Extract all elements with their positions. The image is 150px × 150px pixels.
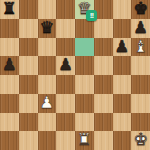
white-king[interactable]: ♚ (133, 131, 148, 150)
square-e5[interactable] (75, 56, 94, 75)
square-a8[interactable]: ♜ (0, 0, 19, 19)
square-f5[interactable] (94, 56, 113, 75)
square-d7[interactable] (56, 19, 75, 38)
white-pawn[interactable]: ♟ (39, 94, 54, 113)
square-c1[interactable] (38, 131, 57, 150)
square-f7[interactable] (94, 19, 113, 38)
square-f3[interactable] (94, 94, 113, 113)
square-a3[interactable] (0, 94, 19, 113)
black-rook[interactable]: ♜ (2, 0, 17, 19)
square-d4[interactable] (56, 75, 75, 94)
square-c3[interactable]: ♟ (38, 94, 57, 113)
square-h5[interactable] (131, 56, 150, 75)
square-g8[interactable] (113, 0, 132, 19)
black-king[interactable]: ♚ (133, 0, 148, 19)
black-queen[interactable]: ♛ (39, 19, 54, 38)
square-e6[interactable] (75, 38, 94, 57)
square-d6[interactable] (56, 38, 75, 57)
square-c8[interactable] (38, 0, 57, 19)
square-d1[interactable] (56, 131, 75, 150)
square-d8[interactable] (56, 0, 75, 19)
square-g3[interactable] (113, 94, 132, 113)
square-c5[interactable] (38, 56, 57, 75)
square-e1[interactable]: ♜ (75, 131, 94, 150)
square-f4[interactable] (94, 75, 113, 94)
square-b5[interactable] (19, 56, 38, 75)
square-a1[interactable] (0, 131, 19, 150)
square-a7[interactable] (0, 19, 19, 38)
black-pawn[interactable]: ♟ (114, 38, 129, 57)
square-c6[interactable] (38, 38, 57, 57)
square-a5[interactable]: ♟ (0, 56, 19, 75)
white-rook[interactable]: ♜ (77, 131, 92, 150)
chess-board: !! ♜♛♚♛♟♟♝♟♟♟♜♚ (0, 0, 150, 150)
square-f1[interactable] (94, 131, 113, 150)
square-g5[interactable] (113, 56, 132, 75)
square-f6[interactable] (94, 38, 113, 57)
square-b1[interactable] (19, 131, 38, 150)
square-h3[interactable] (131, 94, 150, 113)
square-f2[interactable] (94, 113, 113, 132)
square-e4[interactable] (75, 75, 94, 94)
square-c2[interactable] (38, 113, 57, 132)
square-g7[interactable] (113, 19, 132, 38)
square-b2[interactable] (19, 113, 38, 132)
square-b6[interactable] (19, 38, 38, 57)
square-c7[interactable]: ♛ (38, 19, 57, 38)
square-a6[interactable] (0, 38, 19, 57)
brilliant-move-badge: !! (86, 10, 97, 21)
square-g2[interactable] (113, 113, 132, 132)
square-e3[interactable] (75, 94, 94, 113)
square-b4[interactable] (19, 75, 38, 94)
square-e7[interactable] (75, 19, 94, 38)
square-a2[interactable] (0, 113, 19, 132)
square-d3[interactable] (56, 94, 75, 113)
square-b7[interactable] (19, 19, 38, 38)
square-a4[interactable] (0, 75, 19, 94)
square-g1[interactable] (113, 131, 132, 150)
square-b8[interactable] (19, 0, 38, 19)
square-h2[interactable] (131, 113, 150, 132)
square-e2[interactable] (75, 113, 94, 132)
square-d2[interactable] (56, 113, 75, 132)
square-g6[interactable]: ♟ (113, 38, 132, 57)
square-h4[interactable] (131, 75, 150, 94)
square-h1[interactable]: ♚ (131, 131, 150, 150)
square-g4[interactable] (113, 75, 132, 94)
square-h7[interactable]: ♟ (131, 19, 150, 38)
black-pawn[interactable]: ♟ (133, 19, 148, 38)
white-bishop[interactable]: ♝ (133, 38, 148, 57)
black-pawn[interactable]: ♟ (58, 56, 73, 75)
square-d5[interactable]: ♟ (56, 56, 75, 75)
square-h8[interactable]: ♚ (131, 0, 150, 19)
square-h6[interactable]: ♝ (131, 38, 150, 57)
black-pawn[interactable]: ♟ (2, 56, 17, 75)
square-b3[interactable] (19, 94, 38, 113)
square-c4[interactable] (38, 75, 57, 94)
